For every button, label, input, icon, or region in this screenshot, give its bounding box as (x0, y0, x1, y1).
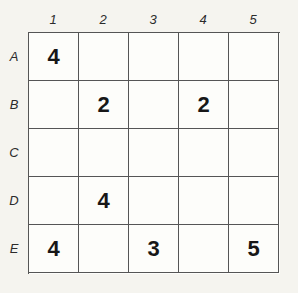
cell-D3[interactable] (129, 177, 179, 225)
cell-B3[interactable] (129, 81, 179, 129)
cell-D2[interactable]: 4 (79, 177, 129, 225)
cell-E2[interactable] (79, 225, 129, 273)
puzzle-grid: 4224435 (28, 32, 280, 274)
col-label-1: 1 (28, 12, 78, 32)
cell-A1[interactable]: 4 (29, 33, 79, 81)
cell-B4[interactable]: 2 (179, 81, 229, 129)
cell-B1[interactable] (29, 81, 79, 129)
row-label-C: C (0, 145, 28, 160)
col-label-2: 2 (78, 12, 128, 32)
row-label-E: E (0, 241, 28, 256)
cell-E3[interactable]: 3 (129, 225, 179, 273)
col-label-3: 3 (128, 12, 178, 32)
cell-E4[interactable] (179, 225, 229, 273)
cell-A3[interactable] (129, 33, 179, 81)
cell-D4[interactable] (179, 177, 229, 225)
cell-B5[interactable] (229, 81, 279, 129)
row-label-A: A (0, 49, 28, 64)
row-labels: ABCDE (0, 32, 28, 274)
cell-A4[interactable] (179, 33, 229, 81)
column-labels: 12345 (28, 0, 280, 32)
cell-C5[interactable] (229, 129, 279, 177)
cell-D1[interactable] (29, 177, 79, 225)
cell-C1[interactable] (29, 129, 79, 177)
cell-B2[interactable]: 2 (79, 81, 129, 129)
cell-A5[interactable] (229, 33, 279, 81)
cell-E5[interactable]: 5 (229, 225, 279, 273)
row-label-D: D (0, 193, 28, 208)
col-label-4: 4 (178, 12, 228, 32)
col-label-5: 5 (228, 12, 278, 32)
cell-C3[interactable] (129, 129, 179, 177)
cell-E1[interactable]: 4 (29, 225, 79, 273)
row-label-B: B (0, 97, 28, 112)
cell-D5[interactable] (229, 177, 279, 225)
cell-C2[interactable] (79, 129, 129, 177)
puzzle-board: 12345 ABCDE 4224435 (0, 0, 298, 274)
cell-C4[interactable] (179, 129, 229, 177)
corner-spacer (0, 0, 28, 32)
cell-A2[interactable] (79, 33, 129, 81)
